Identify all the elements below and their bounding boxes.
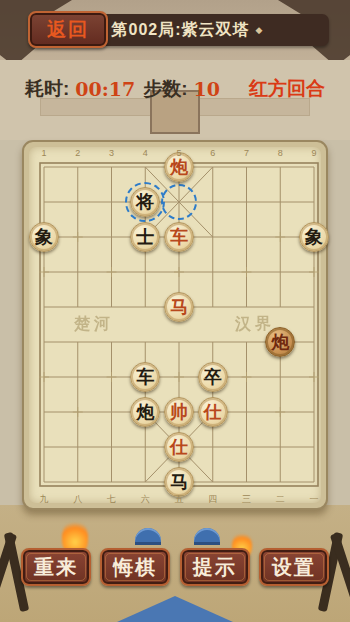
level-title: 第002局:紫云双塔 [111,20,249,41]
piece-black-elephant[interactable]: 象 [299,222,329,252]
piece-red-advisor[interactable]: 仕 [198,397,228,427]
settings-button[interactable]: 设置 [259,548,329,586]
file-label-top: 2 [75,148,80,158]
file-label-bottom: 四 [208,493,217,506]
file-label-bottom: 一 [310,493,319,506]
file-label-top: 1 [41,148,46,158]
turn-indicator: 红方回合 [249,76,325,102]
file-label-bottom: 八 [73,493,82,506]
file-label-top: 4 [143,148,148,158]
file-label-top: 6 [210,148,215,158]
river-label-left: 楚河 [74,314,114,335]
move-target-indicator[interactable] [161,184,197,220]
piece-red-advisor[interactable]: 仕 [164,432,194,462]
file-label-top: 9 [311,148,316,158]
title-ornament-right: ◆ [256,25,264,35]
file-label-top: 5 [176,148,181,158]
piece-red-cannon[interactable]: 炮 [265,327,295,357]
back-button[interactable]: 返回 [28,11,108,48]
stats-row: 耗时: 00:17 步数: 10 红方回合 [0,76,350,102]
time-value: 00:17 [75,78,135,100]
piece-red-chariot[interactable]: 车 [164,222,194,252]
xiangqi-app: ◆ 第002局:紫云双塔 ◆ 返回 耗时: 00:17 步数: 10 红方回合 … [0,0,350,622]
piece-black-advisor[interactable]: 士 [130,222,160,252]
time-label: 耗时: [25,76,69,102]
restart-button[interactable]: 重来 [21,548,91,586]
piece-black-soldier[interactable]: 卒 [198,362,228,392]
file-label-bottom: 五 [175,493,184,506]
moves-value: 10 [194,78,220,100]
moves-label: 步数: [143,76,187,102]
file-label-top: 8 [278,148,283,158]
file-label-bottom: 九 [40,493,49,506]
piece-black-chariot[interactable]: 车 [130,362,160,392]
piece-red-general[interactable]: 帅 [164,397,194,427]
piece-black-general[interactable]: 将 [130,187,160,217]
undo-button[interactable]: 悔棋 [100,548,170,586]
piece-black-cannon[interactable]: 炮 [130,397,160,427]
piece-black-elephant[interactable]: 象 [29,222,59,252]
hint-button[interactable]: 提示 [180,548,250,586]
xiangqi-board[interactable]: 楚河 汉界 炮将象士车象马炮车卒炮帅仕仕马 123456789九八七六五四三二一 [22,140,328,510]
file-label-top: 7 [244,148,249,158]
file-label-top: 3 [109,148,114,158]
file-label-bottom: 二 [276,493,285,506]
file-label-bottom: 三 [242,493,251,506]
file-label-bottom: 六 [141,493,150,506]
file-label-bottom: 七 [107,493,116,506]
action-bar: 重来 悔棋 提示 设置 [0,548,350,586]
piece-red-horse[interactable]: 马 [164,292,194,322]
